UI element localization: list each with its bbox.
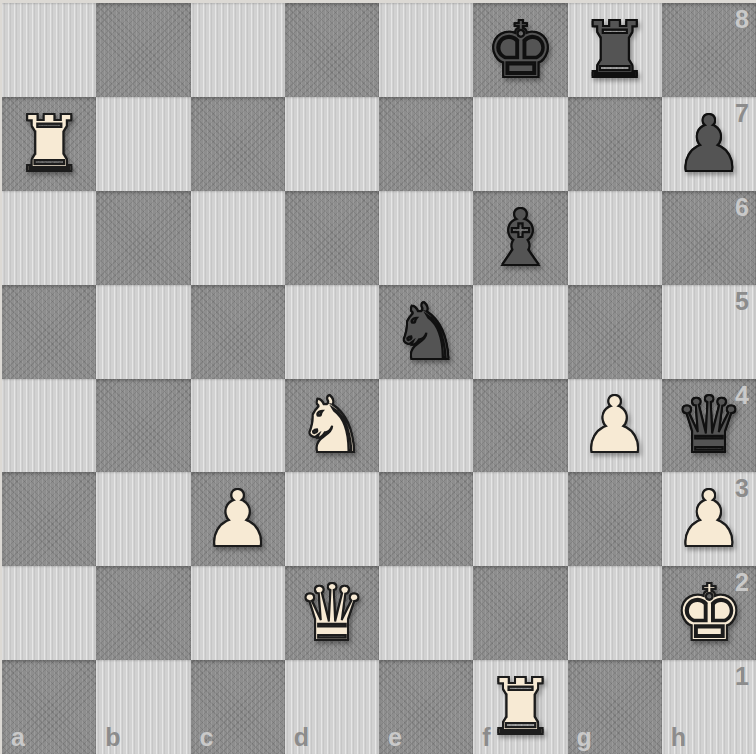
square-f3[interactable] [473,472,567,566]
square-d3[interactable] [285,472,379,566]
piece-black-king[interactable]: ♚ [485,11,555,89]
square-h7[interactable]: 7♟ [662,97,756,191]
square-b2[interactable] [96,566,190,660]
square-g1[interactable]: g [568,660,662,754]
square-f2[interactable] [473,566,567,660]
square-b1[interactable]: b [96,660,190,754]
square-c3[interactable]: ♟ [191,472,285,566]
square-d7[interactable] [285,97,379,191]
piece-white-knight[interactable]: ♞ [297,386,367,464]
piece-white-queen[interactable]: ♛ [297,574,367,652]
square-h8[interactable]: 8 [662,3,756,97]
square-g5[interactable] [568,285,662,379]
square-f8[interactable]: ♚ [473,3,567,97]
square-b5[interactable] [96,285,190,379]
square-b4[interactable] [96,379,190,473]
square-f1[interactable]: f♜ [473,660,567,754]
piece-black-pawn[interactable]: ♟ [674,105,744,183]
square-c7[interactable] [191,97,285,191]
piece-white-pawn[interactable]: ♟ [674,480,744,558]
square-h3[interactable]: 3♟ [662,472,756,566]
piece-white-rook[interactable]: ♜ [14,105,84,183]
square-h4[interactable]: 4♛ [662,379,756,473]
square-h2[interactable]: 2♚ [662,566,756,660]
square-d2[interactable]: ♛ [285,566,379,660]
rank-label-5: 5 [735,289,749,314]
file-label-e: e [388,725,402,750]
square-g6[interactable] [568,191,662,285]
square-e1[interactable]: e [379,660,473,754]
square-g2[interactable] [568,566,662,660]
file-label-d: d [294,725,309,750]
rank-label-6: 6 [735,195,749,220]
piece-white-rook[interactable]: ♜ [485,668,555,746]
square-d4[interactable]: ♞ [285,379,379,473]
square-a8[interactable] [2,3,96,97]
square-h5[interactable]: 5 [662,285,756,379]
file-label-b: b [105,725,120,750]
file-label-a: a [11,725,25,750]
square-e4[interactable] [379,379,473,473]
square-g4[interactable]: ♟ [568,379,662,473]
square-d6[interactable] [285,191,379,285]
piece-white-pawn[interactable]: ♟ [203,480,273,558]
square-c8[interactable] [191,3,285,97]
square-e6[interactable] [379,191,473,285]
square-a2[interactable] [2,566,96,660]
square-d1[interactable]: d [285,660,379,754]
file-label-h: h [671,725,686,750]
square-d5[interactable] [285,285,379,379]
piece-black-bishop[interactable]: ♝ [485,199,555,277]
square-c4[interactable] [191,379,285,473]
square-h1[interactable]: 1h [662,660,756,754]
square-f5[interactable] [473,285,567,379]
square-a1[interactable]: a [2,660,96,754]
square-g3[interactable] [568,472,662,566]
square-e2[interactable] [379,566,473,660]
square-a3[interactable] [2,472,96,566]
square-e7[interactable] [379,97,473,191]
square-a4[interactable] [2,379,96,473]
square-e8[interactable] [379,3,473,97]
square-c1[interactable]: c [191,660,285,754]
piece-black-knight[interactable]: ♞ [391,293,461,371]
square-g7[interactable] [568,97,662,191]
piece-black-rook[interactable]: ♜ [580,11,650,89]
rank-label-8: 8 [735,7,749,32]
square-c6[interactable] [191,191,285,285]
square-f6[interactable]: ♝ [473,191,567,285]
chess-board: ♚♜8♜7♟♝6♞5♞♟4♛♟3♟♛2♚abcdef♜g1h [0,0,756,754]
square-c5[interactable] [191,285,285,379]
square-f4[interactable] [473,379,567,473]
square-a5[interactable] [2,285,96,379]
square-b6[interactable] [96,191,190,285]
square-b7[interactable] [96,97,190,191]
square-g8[interactable]: ♜ [568,3,662,97]
square-f7[interactable] [473,97,567,191]
piece-white-king[interactable]: ♚ [674,574,744,652]
square-a7[interactable]: ♜ [2,97,96,191]
square-d8[interactable] [285,3,379,97]
square-b3[interactable] [96,472,190,566]
file-label-c: c [200,725,214,750]
square-e3[interactable] [379,472,473,566]
square-a6[interactable] [2,191,96,285]
rank-label-1: 1 [735,664,749,689]
square-b8[interactable] [96,3,190,97]
square-c2[interactable] [191,566,285,660]
piece-black-queen[interactable]: ♛ [674,386,744,464]
square-h6[interactable]: 6 [662,191,756,285]
piece-white-pawn[interactable]: ♟ [580,386,650,464]
file-label-g: g [577,725,592,750]
square-e5[interactable]: ♞ [379,285,473,379]
